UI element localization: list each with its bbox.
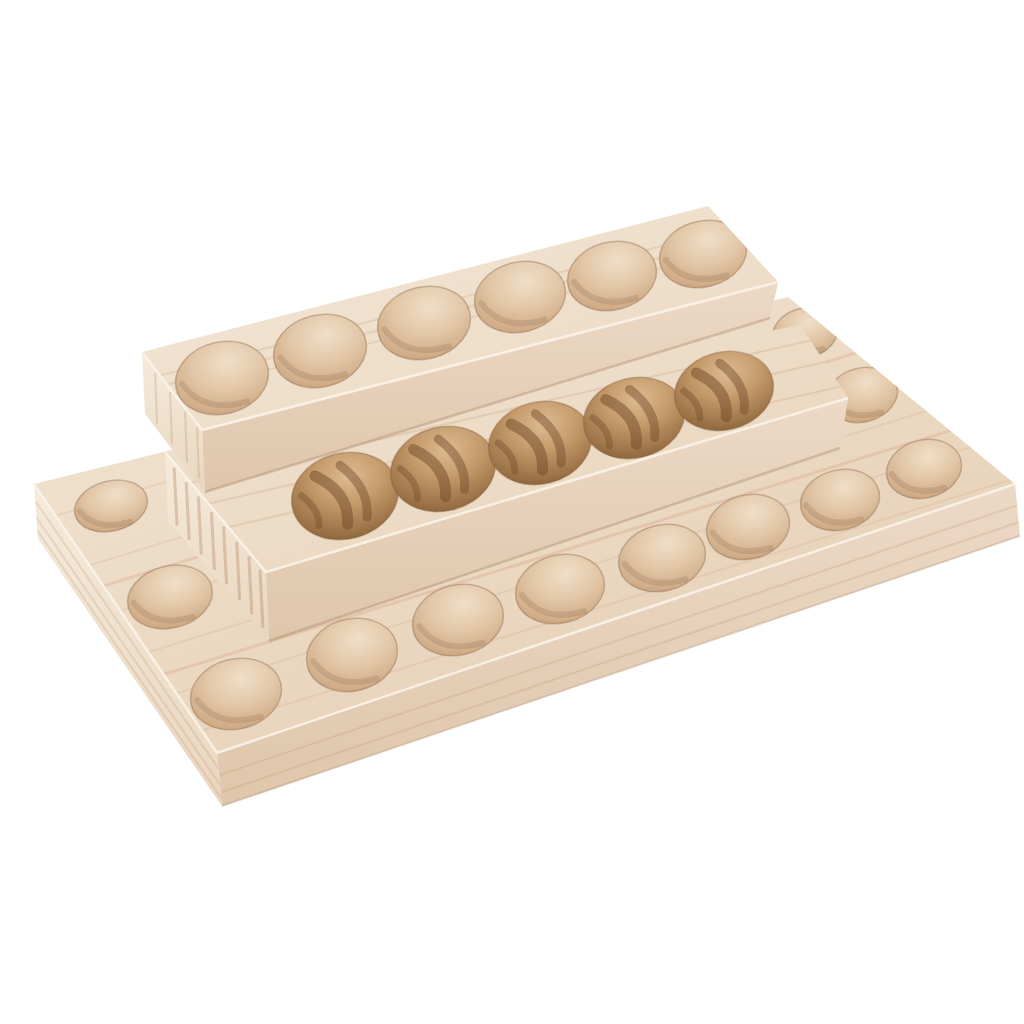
rack-illustration	[0, 0, 1024, 1024]
product-photo-wooden-tiered-pit-rack	[0, 0, 1024, 1024]
